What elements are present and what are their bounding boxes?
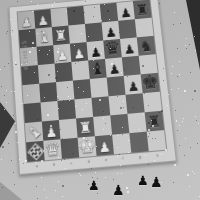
square-c2r3[interactable]	[37, 45, 55, 65]
file-label-f: f	[122, 156, 124, 161]
square-c7r1[interactable]: ♟	[116, 1, 134, 21]
captured-black-pawn: ♟	[137, 174, 149, 187]
square-c3r2[interactable]: ♜	[52, 26, 70, 46]
white-pawn[interactable]: ♟	[56, 49, 68, 63]
square-c8r5[interactable]: ♚	[141, 73, 160, 93]
black-king[interactable]: ♚	[141, 72, 160, 92]
captured-black-pawn: ♟	[150, 175, 163, 189]
black-pawn[interactable]: ♟	[108, 62, 121, 76]
table-shadow-left	[0, 102, 15, 148]
square-c3r3[interactable]: ♟	[53, 44, 71, 64]
file-label-g: g	[139, 154, 142, 159]
square-c6r3[interactable]: ♛	[103, 39, 122, 59]
file-label-e: e	[105, 157, 108, 162]
square-c5r4[interactable]: ♝	[88, 59, 107, 79]
white-queen[interactable]: ♛	[44, 139, 62, 159]
square-c7r5[interactable]: ♟	[124, 74, 143, 94]
square-c4r6[interactable]	[74, 98, 93, 119]
black-pawn[interactable]: ♟	[127, 80, 140, 94]
black-knight[interactable]: ♞	[139, 39, 154, 55]
black-pawn[interactable]: ♟	[90, 46, 103, 60]
square-c1r5[interactable]	[22, 84, 40, 104]
table-edge-bottom-left	[0, 182, 22, 200]
square-c5r7[interactable]	[93, 115, 112, 136]
square-c6r4[interactable]: ♟	[105, 57, 124, 77]
white-pawn[interactable]: ♟	[73, 47, 86, 61]
white-king[interactable]: ♚	[78, 135, 97, 156]
board-grid: ♟♟♟♜♝♜♟♟♟♟♛♟♞♝♟♟♚♝♟♜♜♛♚♟	[18, 0, 167, 162]
square-c7r6[interactable]	[126, 93, 145, 114]
square-c3r7[interactable]	[59, 118, 78, 139]
square-c2r4[interactable]	[38, 64, 56, 84]
square-c7r8[interactable]	[129, 132, 148, 153]
square-c2r1[interactable]: ♟	[34, 9, 52, 28]
square-c8r1[interactable]: ♜	[133, 0, 152, 19]
square-c5r6[interactable]	[91, 96, 110, 117]
square-c6r8[interactable]	[112, 133, 131, 154]
square-c4r3[interactable]: ♟	[70, 42, 88, 62]
file-label-a: a	[35, 163, 38, 168]
square-c2r5[interactable]	[39, 82, 57, 102]
square-c4r8[interactable]: ♚	[78, 136, 97, 157]
square-c7r4[interactable]	[122, 56, 141, 76]
square-c5r5[interactable]	[90, 77, 109, 97]
square-c8r6[interactable]	[143, 92, 162, 113]
corner-emblem	[28, 144, 42, 159]
square-c6r1[interactable]	[100, 3, 118, 22]
square-c3r6[interactable]	[57, 99, 76, 120]
square-c4r5[interactable]	[73, 79, 92, 99]
square-c1r7[interactable]: ♝	[25, 122, 43, 143]
square-c8r3[interactable]: ♞	[137, 36, 156, 56]
square-c6r6[interactable]	[108, 95, 127, 116]
white-pawn[interactable]: ♟	[20, 16, 32, 29]
square-c8r2[interactable]	[135, 18, 154, 38]
white-pawn[interactable]: ♟	[98, 140, 111, 154]
chess-board: ®CHESS ♟♟♟♜♝♜♟♟♟♟♛♟♞♝♟♟♚♝♟♜♜♛♚♟ abcdefgh	[9, 0, 177, 175]
black-rook[interactable]: ♜	[135, 3, 150, 18]
captured-black-pawn: ♟	[88, 179, 100, 192]
black-bishop[interactable]: ♝	[90, 61, 106, 78]
square-c7r3[interactable]: ♟	[120, 37, 139, 57]
square-c4r4[interactable]	[71, 60, 89, 80]
captured-black-pawn: ♟	[112, 183, 125, 197]
black-pawn[interactable]: ♟	[123, 42, 136, 56]
square-c5r8[interactable]: ♟	[95, 135, 114, 156]
table-shadow-top-right	[186, 0, 200, 70]
square-c5r2[interactable]	[85, 22, 103, 42]
black-queen[interactable]: ♛	[104, 39, 122, 58]
square-c6r5[interactable]	[107, 76, 126, 96]
square-c8r7[interactable]: ♜	[145, 111, 164, 132]
black-rook[interactable]: ♜	[147, 114, 162, 130]
square-c1r1[interactable]: ♟	[18, 11, 36, 30]
square-c7r2[interactable]	[118, 19, 137, 39]
square-c3r5[interactable]	[56, 81, 74, 101]
white-bishop[interactable]: ♝	[37, 29, 52, 46]
square-c2r8[interactable]: ♛	[43, 139, 62, 160]
square-c3r1[interactable]	[50, 8, 68, 27]
square-c7r7[interactable]	[127, 112, 146, 133]
white-rook[interactable]: ♜	[54, 29, 68, 45]
square-c5r1[interactable]	[83, 4, 101, 23]
photo-scene: ®CHESS ♟♟♟♜♝♜♟♟♟♟♛♟♞♝♟♟♚♝♟♜♜♛♚♟ abcdefgh…	[0, 0, 200, 200]
square-c2r2[interactable]: ♝	[35, 27, 53, 47]
white-pawn[interactable]: ♟	[37, 14, 49, 27]
square-c2r6[interactable]	[41, 101, 59, 122]
square-c3r8[interactable]	[60, 138, 79, 159]
file-label-c: c	[70, 160, 72, 165]
square-c6r7[interactable]	[110, 114, 129, 135]
square-c4r1[interactable]	[67, 6, 85, 25]
square-c4r2[interactable]	[68, 24, 86, 44]
black-pawn[interactable]: ♟	[119, 6, 132, 19]
file-label-d: d	[87, 159, 90, 164]
square-c5r3[interactable]: ♟	[87, 41, 105, 61]
file-label-h: h	[156, 153, 159, 158]
square-c3r4[interactable]	[55, 62, 73, 82]
square-c8r8[interactable]	[147, 130, 167, 151]
file-label-b: b	[53, 162, 56, 167]
